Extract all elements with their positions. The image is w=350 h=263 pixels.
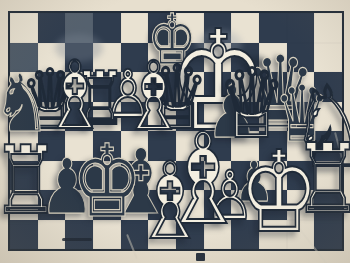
square-r5c2 [38, 131, 66, 161]
square-r6c5 [121, 161, 149, 191]
square-r5c4 [93, 131, 121, 161]
square-r3c11 [287, 72, 315, 102]
square-r8c1 [10, 220, 38, 250]
square-r8c2 [38, 220, 66, 250]
square-r3c7 [176, 72, 204, 102]
chess-illustration: ♚♔♕♞♕♗♖♙♗♟♕♛♛♘♖♟♚♝♗♗♙♟♔♖ [0, 0, 350, 263]
square-r3c5 [121, 72, 149, 102]
square-r5c5 [121, 131, 149, 161]
square-r4c12 [314, 102, 342, 132]
square-r7c4 [93, 190, 121, 220]
square-r1c12 [314, 13, 342, 43]
square-r5c9 [231, 131, 259, 161]
square-r2c8 [204, 43, 232, 73]
square-r4c11 [287, 102, 315, 132]
artist-mark [196, 253, 205, 261]
square-r6c2 [38, 161, 66, 191]
square-r1c7 [176, 13, 204, 43]
chess-board [8, 11, 344, 251]
square-r8c6 [148, 220, 176, 250]
square-r3c6 [148, 72, 176, 102]
square-r1c2 [38, 13, 66, 43]
square-r8c4 [93, 220, 121, 250]
square-r8c9 [231, 220, 259, 250]
square-r4c2 [38, 102, 66, 132]
square-r4c9 [231, 102, 259, 132]
square-r7c6 [148, 190, 176, 220]
square-r2c3 [65, 43, 93, 73]
square-r7c3 [65, 190, 93, 220]
square-r8c5 [121, 220, 149, 250]
square-r7c5 [121, 190, 149, 220]
square-r1c4 [93, 13, 121, 43]
square-r5c10 [259, 131, 287, 161]
square-r6c4 [93, 161, 121, 191]
square-r2c1 [10, 43, 38, 73]
square-r6c9 [231, 161, 259, 191]
square-r6c6 [148, 161, 176, 191]
square-r7c10 [259, 190, 287, 220]
square-r6c3 [65, 161, 93, 191]
square-r4c10 [259, 102, 287, 132]
square-r3c4 [93, 72, 121, 102]
square-r8c7 [176, 220, 204, 250]
square-r4c7 [176, 102, 204, 132]
square-r3c10 [259, 72, 287, 102]
square-r2c2 [38, 43, 66, 73]
square-r3c9 [231, 72, 259, 102]
square-r2c10 [259, 43, 287, 73]
square-r3c3 [65, 72, 93, 102]
square-r8c10 [259, 220, 287, 250]
square-r6c11 [287, 161, 315, 191]
square-r2c12 [314, 43, 342, 73]
square-r4c3 [65, 102, 93, 132]
square-r1c5 [121, 13, 149, 43]
square-r5c6 [148, 131, 176, 161]
square-r8c3 [65, 220, 93, 250]
square-r6c1 [10, 161, 38, 191]
square-r4c1 [10, 102, 38, 132]
square-r2c4 [93, 43, 121, 73]
square-r1c11 [287, 13, 315, 43]
square-r6c12 [314, 161, 342, 191]
square-r8c8 [204, 220, 232, 250]
square-r6c8 [204, 161, 232, 191]
square-r1c1 [10, 13, 38, 43]
square-r3c12 [314, 72, 342, 102]
square-r4c5 [121, 102, 149, 132]
square-r4c4 [93, 102, 121, 132]
square-r3c8 [204, 72, 232, 102]
square-r5c12 [314, 131, 342, 161]
square-r6c10 [259, 161, 287, 191]
square-r3c2 [38, 72, 66, 102]
square-r4c8 [204, 102, 232, 132]
square-r7c8 [204, 190, 232, 220]
square-r1c10 [259, 13, 287, 43]
square-r5c1 [10, 131, 38, 161]
square-r7c12 [314, 190, 342, 220]
square-r5c8 [204, 131, 232, 161]
square-r7c1 [10, 190, 38, 220]
square-r2c6 [148, 43, 176, 73]
square-r7c11 [287, 190, 315, 220]
square-r2c11 [287, 43, 315, 73]
square-r3c1 [10, 72, 38, 102]
square-r1c9 [231, 13, 259, 43]
square-r2c5 [121, 43, 149, 73]
square-r7c2 [38, 190, 66, 220]
square-r1c8 [204, 13, 232, 43]
square-r1c3 [65, 13, 93, 43]
square-r8c12 [314, 220, 342, 250]
square-r7c7 [176, 190, 204, 220]
square-r2c9 [231, 43, 259, 73]
square-r1c6 [148, 13, 176, 43]
square-r5c7 [176, 131, 204, 161]
square-r5c11 [287, 131, 315, 161]
square-r8c11 [287, 220, 315, 250]
square-r7c9 [231, 190, 259, 220]
square-r5c3 [65, 131, 93, 161]
square-r6c7 [176, 161, 204, 191]
square-r2c7 [176, 43, 204, 73]
square-r4c6 [148, 102, 176, 132]
